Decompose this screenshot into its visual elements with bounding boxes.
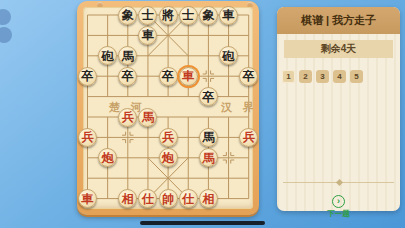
next-puzzle-button[interactable]: › 下一题	[277, 190, 400, 219]
piece-black-士[interactable]: 士	[179, 6, 198, 25]
piece-red-馬[interactable]: 馬	[138, 108, 157, 127]
panel-title: 棋谱 | 我方走子	[277, 7, 400, 34]
piece-black-卒[interactable]: 卒	[159, 67, 178, 86]
move-record-panel: 棋谱 | 我方走子 剩余4天 12345 › 下一题	[277, 7, 400, 211]
piece-black-卒[interactable]: 卒	[78, 67, 97, 86]
piece-black-車[interactable]: 車	[138, 26, 157, 45]
page-number-chip-4[interactable]: 4	[333, 70, 346, 83]
days-remaining-badge: 剩余4天	[284, 40, 393, 58]
piece-black-卒[interactable]: 卒	[118, 67, 137, 86]
piece-black-車[interactable]: 車	[219, 6, 238, 25]
next-puzzle-label: 下一题	[277, 209, 400, 219]
piece-red-車[interactable]: 車	[78, 189, 97, 208]
home-indicator[interactable]	[140, 221, 265, 225]
piece-red-馬[interactable]: 馬	[199, 148, 218, 167]
piece-red-兵[interactable]: 兵	[159, 128, 178, 147]
piece-black-將[interactable]: 將	[159, 6, 178, 25]
page-number-chip-3[interactable]: 3	[316, 70, 329, 83]
piece-black-士[interactable]: 士	[138, 6, 157, 25]
floating-button-top[interactable]	[0, 9, 11, 25]
xiangqi-board-frame: 楚 河汉 界 象士將士象車車砲馬砲卒卒卒卒卒馬車兵馬兵兵兵炮炮馬車相仕帥仕相	[77, 1, 259, 215]
next-arrow-icon[interactable]: ›	[332, 195, 345, 208]
piece-black-卒[interactable]: 卒	[199, 87, 218, 106]
piece-black-砲[interactable]: 砲	[98, 46, 117, 65]
piece-red-兵[interactable]: 兵	[78, 128, 97, 147]
piece-black-象[interactable]: 象	[118, 6, 137, 25]
page-number-row: 12345	[282, 70, 363, 83]
piece-red-相[interactable]: 相	[199, 189, 218, 208]
page-number-chip-5[interactable]: 5	[350, 70, 363, 83]
piece-red-帥[interactable]: 帥	[159, 189, 178, 208]
pieces-layer: 象士將士象車車砲馬砲卒卒卒卒卒馬車兵馬兵兵兵炮炮馬車相仕帥仕相	[83, 7, 253, 209]
xiangqi-board[interactable]: 楚 河汉 界 象士將士象車車砲馬砲卒卒卒卒卒馬車兵馬兵兵兵炮炮馬車相仕帥仕相	[83, 7, 253, 209]
piece-black-象[interactable]: 象	[199, 6, 218, 25]
piece-black-馬[interactable]: 馬	[118, 46, 137, 65]
piece-red-兵[interactable]: 兵	[118, 108, 137, 127]
piece-red-仕[interactable]: 仕	[179, 189, 198, 208]
floating-button-bottom[interactable]	[0, 27, 12, 43]
page-number-chip-2[interactable]: 2	[299, 70, 312, 83]
page-number-chip-1[interactable]: 1	[282, 70, 295, 83]
piece-black-卒[interactable]: 卒	[239, 67, 258, 86]
app-background: 楚 河汉 界 象士將士象車車砲馬砲卒卒卒卒卒馬車兵馬兵兵兵炮炮馬車相仕帥仕相 棋…	[0, 0, 405, 228]
piece-black-砲[interactable]: 砲	[219, 46, 238, 65]
piece-black-馬[interactable]: 馬	[199, 128, 218, 147]
piece-red-車[interactable]: 車	[179, 67, 198, 86]
piece-red-炮[interactable]: 炮	[159, 148, 178, 167]
piece-red-炮[interactable]: 炮	[98, 148, 117, 167]
piece-red-兵[interactable]: 兵	[239, 128, 258, 147]
piece-red-相[interactable]: 相	[118, 189, 137, 208]
piece-red-仕[interactable]: 仕	[138, 189, 157, 208]
divider-diamond-icon	[336, 178, 343, 185]
